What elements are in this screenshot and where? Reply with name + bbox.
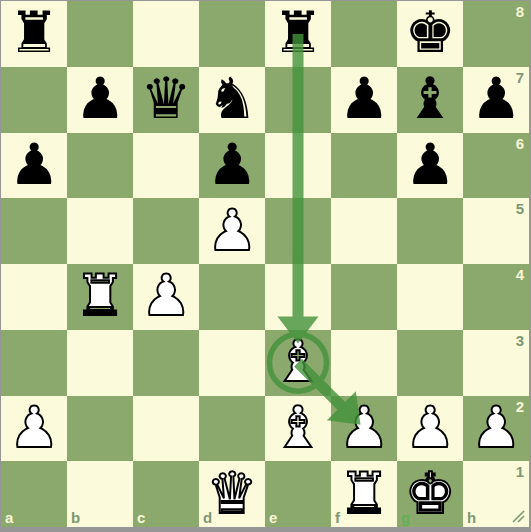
rank-label-5: 5 [516,200,524,217]
square-a4[interactable] [1,264,67,330]
square-g6[interactable]: ♟ [397,133,463,199]
square-e6[interactable] [265,133,331,199]
piece-black-rook[interactable]: ♜ [8,4,59,61]
square-f8[interactable] [331,1,397,67]
piece-white-bishop[interactable]: ♝ [272,333,323,390]
square-g5[interactable] [397,198,463,264]
square-e1[interactable]: e [265,461,331,527]
square-a7[interactable] [1,67,67,133]
square-f5[interactable] [331,198,397,264]
square-d1[interactable]: d♛ [199,461,265,527]
square-d7[interactable]: ♞ [199,67,265,133]
piece-white-pawn[interactable]: ♟ [470,399,521,456]
rank-label-8: 8 [516,3,524,20]
square-a5[interactable] [1,198,67,264]
square-g4[interactable] [397,264,463,330]
piece-white-pawn[interactable]: ♟ [8,399,59,456]
square-b3[interactable] [67,330,133,396]
square-c8[interactable] [133,1,199,67]
square-c2[interactable] [133,396,199,462]
piece-white-queen[interactable]: ♛ [206,465,257,522]
square-h1[interactable]: 1h [463,461,529,527]
square-d6[interactable]: ♟ [199,133,265,199]
square-b2[interactable] [67,396,133,462]
square-b1[interactable]: b [67,461,133,527]
square-h3[interactable]: 3 [463,330,529,396]
square-e2[interactable]: ♝ [265,396,331,462]
piece-white-pawn[interactable]: ♟ [404,399,455,456]
square-c3[interactable] [133,330,199,396]
square-e3[interactable]: ♝ [265,330,331,396]
square-c1[interactable]: c [133,461,199,527]
square-b6[interactable] [67,133,133,199]
square-d5[interactable]: ♟ [199,198,265,264]
square-e8[interactable]: ♜ [265,1,331,67]
square-h4[interactable]: 4 [463,264,529,330]
file-label-c: c [137,509,145,526]
square-e4[interactable] [265,264,331,330]
file-label-h: h [467,509,476,526]
rank-label-4: 4 [516,266,524,283]
square-c6[interactable] [133,133,199,199]
square-f1[interactable]: f♜ [331,461,397,527]
square-h2[interactable]: 2♟ [463,396,529,462]
piece-black-bishop[interactable]: ♝ [404,70,455,127]
piece-white-pawn[interactable]: ♟ [206,202,257,259]
square-c7[interactable]: ♛ [133,67,199,133]
square-g3[interactable] [397,330,463,396]
square-f6[interactable] [331,133,397,199]
rank-label-6: 6 [516,135,524,152]
square-f3[interactable] [331,330,397,396]
square-d4[interactable] [199,264,265,330]
square-g1[interactable]: g♚ [397,461,463,527]
piece-black-king[interactable]: ♚ [404,4,455,61]
rank-label-3: 3 [516,332,524,349]
piece-black-pawn[interactable]: ♟ [470,70,521,127]
piece-white-bishop[interactable]: ♝ [272,399,323,456]
square-h8[interactable]: 8 [463,1,529,67]
square-h5[interactable]: 5 [463,198,529,264]
square-e5[interactable] [265,198,331,264]
square-b4[interactable]: ♜ [67,264,133,330]
square-e7[interactable] [265,67,331,133]
square-g7[interactable]: ♝ [397,67,463,133]
square-a6[interactable]: ♟ [1,133,67,199]
square-b5[interactable] [67,198,133,264]
square-f2[interactable]: ♟ [331,396,397,462]
square-c4[interactable]: ♟ [133,264,199,330]
square-d2[interactable] [199,396,265,462]
rank-label-1: 1 [516,463,524,480]
square-d3[interactable] [199,330,265,396]
piece-white-rook[interactable]: ♜ [74,267,125,324]
square-a1[interactable]: a [1,461,67,527]
square-f4[interactable] [331,264,397,330]
square-f7[interactable]: ♟ [331,67,397,133]
square-b8[interactable] [67,1,133,67]
piece-white-rook[interactable]: ♜ [338,465,389,522]
piece-black-pawn[interactable]: ♟ [206,136,257,193]
resize-grip-icon[interactable] [512,510,525,523]
piece-white-king[interactable]: ♚ [404,465,455,522]
square-a8[interactable]: ♜ [1,1,67,67]
square-g2[interactable]: ♟ [397,396,463,462]
piece-white-pawn[interactable]: ♟ [338,399,389,456]
square-a3[interactable] [1,330,67,396]
square-b7[interactable]: ♟ [67,67,133,133]
square-h6[interactable]: 6 [463,133,529,199]
piece-black-rook[interactable]: ♜ [272,4,323,61]
chess-app-frame: ♜♜♚8♟♛♞♟♝7♟♟♟♟6♟5♜♟4♝3♟♝♟♟2♟abcd♛ef♜g♚1h [0,0,531,532]
piece-black-knight[interactable]: ♞ [206,70,257,127]
piece-black-pawn[interactable]: ♟ [338,70,389,127]
square-a2[interactable]: ♟ [1,396,67,462]
piece-white-pawn[interactable]: ♟ [140,267,191,324]
chess-board: ♜♜♚8♟♛♞♟♝7♟♟♟♟6♟5♜♟4♝3♟♝♟♟2♟abcd♛ef♜g♚1h [1,1,529,527]
square-d8[interactable] [199,1,265,67]
file-label-e: e [269,509,277,526]
piece-black-pawn[interactable]: ♟ [8,136,59,193]
piece-black-pawn[interactable]: ♟ [74,70,125,127]
square-h7[interactable]: 7♟ [463,67,529,133]
square-g8[interactable]: ♚ [397,1,463,67]
file-label-b: b [71,509,80,526]
piece-black-pawn[interactable]: ♟ [404,136,455,193]
file-label-a: a [5,509,13,526]
square-c5[interactable] [133,198,199,264]
piece-black-queen[interactable]: ♛ [140,70,191,127]
